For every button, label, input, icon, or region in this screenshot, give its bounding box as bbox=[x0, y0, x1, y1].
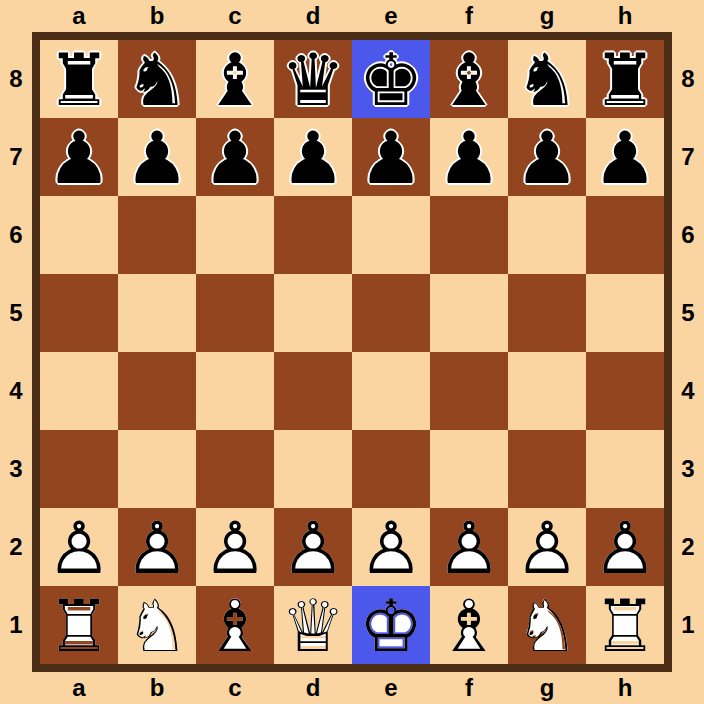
square-d5[interactable] bbox=[274, 274, 352, 352]
square-h4[interactable] bbox=[586, 352, 664, 430]
file-label-top-c: c bbox=[196, 0, 274, 32]
file-label-top-f: f bbox=[430, 0, 508, 32]
square-c3[interactable] bbox=[196, 430, 274, 508]
right-rank-labels: 87654321 bbox=[672, 40, 704, 664]
black-bishop-piece[interactable]: ♝ bbox=[430, 40, 508, 118]
black-bishop-piece[interactable]: ♝ bbox=[196, 40, 274, 118]
square-h6[interactable] bbox=[586, 196, 664, 274]
top-file-labels: abcdefgh bbox=[40, 0, 664, 32]
square-g4[interactable] bbox=[508, 352, 586, 430]
square-d1[interactable]: ♛♕ bbox=[274, 586, 352, 664]
square-h5[interactable] bbox=[586, 274, 664, 352]
rank-label-right-1: 1 bbox=[672, 586, 704, 664]
black-pawn-icon: ♟ bbox=[196, 118, 274, 196]
white-queen-icon: ♕ bbox=[274, 586, 352, 664]
black-queen-piece[interactable]: ♛ bbox=[274, 40, 352, 118]
white-pawn-icon: ♙ bbox=[430, 508, 508, 586]
black-bishop-icon: ♝ bbox=[430, 40, 508, 118]
square-b2[interactable]: ♟♙ bbox=[118, 508, 196, 586]
square-f4[interactable] bbox=[430, 352, 508, 430]
rank-label-right-6: 6 bbox=[672, 196, 704, 274]
square-f7[interactable]: ♟ bbox=[430, 118, 508, 196]
black-pawn-piece[interactable]: ♟ bbox=[40, 118, 118, 196]
white-pawn-icon: ♙ bbox=[586, 508, 664, 586]
black-pawn-icon: ♟ bbox=[40, 118, 118, 196]
square-h8[interactable]: ♜ bbox=[586, 40, 664, 118]
square-a3[interactable] bbox=[40, 430, 118, 508]
black-rook-icon: ♜ bbox=[40, 40, 118, 118]
square-f1[interactable]: ♝♗ bbox=[430, 586, 508, 664]
file-label-bottom-d: d bbox=[274, 672, 352, 704]
square-b5[interactable] bbox=[118, 274, 196, 352]
white-knight-piece[interactable]: ♞♘ bbox=[508, 586, 586, 664]
square-d4[interactable] bbox=[274, 352, 352, 430]
white-pawn-piece[interactable]: ♟♙ bbox=[274, 508, 352, 586]
square-g2[interactable]: ♟♙ bbox=[508, 508, 586, 586]
white-pawn-icon: ♙ bbox=[352, 508, 430, 586]
black-knight-icon: ♞ bbox=[118, 40, 196, 118]
square-g6[interactable] bbox=[508, 196, 586, 274]
square-h3[interactable] bbox=[586, 430, 664, 508]
square-e5[interactable] bbox=[352, 274, 430, 352]
file-label-bottom-g: g bbox=[508, 672, 586, 704]
black-pawn-piece[interactable]: ♟ bbox=[430, 118, 508, 196]
file-label-bottom-h: h bbox=[586, 672, 664, 704]
black-rook-icon: ♜ bbox=[586, 40, 664, 118]
square-d3[interactable] bbox=[274, 430, 352, 508]
square-d8[interactable]: ♛ bbox=[274, 40, 352, 118]
square-h2[interactable]: ♟♙ bbox=[586, 508, 664, 586]
file-label-bottom-f: f bbox=[430, 672, 508, 704]
file-label-top-a: a bbox=[40, 0, 118, 32]
square-a2[interactable]: ♟♙ bbox=[40, 508, 118, 586]
chess-board: ♜♞♝♛♚♝♞♜♟♟♟♟♟♟♟♟♟♙♟♙♟♙♟♙♟♙♟♙♟♙♟♙♜♖♞♘♝♗♛♕… bbox=[32, 32, 672, 672]
square-b3[interactable] bbox=[118, 430, 196, 508]
black-knight-piece[interactable]: ♞ bbox=[508, 40, 586, 118]
square-b7[interactable]: ♟ bbox=[118, 118, 196, 196]
black-pawn-icon: ♟ bbox=[118, 118, 196, 196]
square-c4[interactable] bbox=[196, 352, 274, 430]
square-f2[interactable]: ♟♙ bbox=[430, 508, 508, 586]
white-pawn-piece[interactable]: ♟♙ bbox=[508, 508, 586, 586]
square-h1[interactable]: ♜♖ bbox=[586, 586, 664, 664]
square-c2[interactable]: ♟♙ bbox=[196, 508, 274, 586]
black-pawn-piece[interactable]: ♟ bbox=[586, 118, 664, 196]
square-d7[interactable]: ♟ bbox=[274, 118, 352, 196]
file-label-top-e: e bbox=[352, 0, 430, 32]
square-e4[interactable] bbox=[352, 352, 430, 430]
white-knight-piece[interactable]: ♞♘ bbox=[118, 586, 196, 664]
rank-label-right-2: 2 bbox=[672, 508, 704, 586]
black-pawn-icon: ♟ bbox=[430, 118, 508, 196]
square-e2[interactable]: ♟♙ bbox=[352, 508, 430, 586]
square-d2[interactable]: ♟♙ bbox=[274, 508, 352, 586]
left-rank-labels: 87654321 bbox=[0, 40, 32, 664]
black-pawn-icon: ♟ bbox=[274, 118, 352, 196]
square-d6[interactable] bbox=[274, 196, 352, 274]
white-queen-piece[interactable]: ♛♕ bbox=[274, 586, 352, 664]
square-c5[interactable] bbox=[196, 274, 274, 352]
square-a4[interactable] bbox=[40, 352, 118, 430]
square-e8[interactable]: ♚ bbox=[352, 40, 430, 118]
white-bishop-icon: ♗ bbox=[196, 586, 274, 664]
white-bishop-icon: ♗ bbox=[430, 586, 508, 664]
white-king-piece[interactable]: ♚♔ bbox=[352, 586, 430, 664]
square-h7[interactable]: ♟ bbox=[586, 118, 664, 196]
square-g8[interactable]: ♞ bbox=[508, 40, 586, 118]
black-knight-icon: ♞ bbox=[508, 40, 586, 118]
rank-label-left-8: 8 bbox=[0, 40, 32, 118]
white-rook-icon: ♖ bbox=[586, 586, 664, 664]
rank-label-left-2: 2 bbox=[0, 508, 32, 586]
square-f8[interactable]: ♝ bbox=[430, 40, 508, 118]
rank-label-left-7: 7 bbox=[0, 118, 32, 196]
square-a1[interactable]: ♜♖ bbox=[40, 586, 118, 664]
square-b1[interactable]: ♞♘ bbox=[118, 586, 196, 664]
file-label-top-d: d bbox=[274, 0, 352, 32]
white-pawn-piece[interactable]: ♟♙ bbox=[352, 508, 430, 586]
page-background: abcdefgh abcdefgh 87654321 87654321 ♜♞♝♛… bbox=[0, 0, 704, 704]
white-bishop-piece[interactable]: ♝♗ bbox=[196, 586, 274, 664]
white-pawn-piece[interactable]: ♟♙ bbox=[430, 508, 508, 586]
square-f6[interactable] bbox=[430, 196, 508, 274]
square-g1[interactable]: ♞♘ bbox=[508, 586, 586, 664]
white-pawn-icon: ♙ bbox=[118, 508, 196, 586]
square-g5[interactable] bbox=[508, 274, 586, 352]
black-king-piece[interactable]: ♚ bbox=[352, 40, 430, 118]
square-g3[interactable] bbox=[508, 430, 586, 508]
white-rook-piece[interactable]: ♜♖ bbox=[40, 586, 118, 664]
file-label-top-b: b bbox=[118, 0, 196, 32]
black-rook-piece[interactable]: ♜ bbox=[586, 40, 664, 118]
square-e3[interactable] bbox=[352, 430, 430, 508]
rank-label-right-5: 5 bbox=[672, 274, 704, 352]
white-king-icon: ♔ bbox=[352, 586, 430, 664]
white-rook-icon: ♖ bbox=[40, 586, 118, 664]
black-rook-piece[interactable]: ♜ bbox=[40, 40, 118, 118]
rank-label-left-6: 6 bbox=[0, 196, 32, 274]
white-pawn-piece[interactable]: ♟♙ bbox=[40, 508, 118, 586]
white-knight-icon: ♘ bbox=[118, 586, 196, 664]
square-a6[interactable] bbox=[40, 196, 118, 274]
black-pawn-piece[interactable]: ♟ bbox=[352, 118, 430, 196]
square-b8[interactable]: ♞ bbox=[118, 40, 196, 118]
rank-label-left-3: 3 bbox=[0, 430, 32, 508]
square-e7[interactable]: ♟ bbox=[352, 118, 430, 196]
white-pawn-piece[interactable]: ♟♙ bbox=[118, 508, 196, 586]
square-c8[interactable]: ♝ bbox=[196, 40, 274, 118]
black-pawn-icon: ♟ bbox=[586, 118, 664, 196]
file-label-top-g: g bbox=[508, 0, 586, 32]
white-pawn-icon: ♙ bbox=[274, 508, 352, 586]
square-a7[interactable]: ♟ bbox=[40, 118, 118, 196]
rank-label-left-4: 4 bbox=[0, 352, 32, 430]
rank-label-left-1: 1 bbox=[0, 586, 32, 664]
file-label-top-h: h bbox=[586, 0, 664, 32]
square-g7[interactable]: ♟ bbox=[508, 118, 586, 196]
white-pawn-icon: ♙ bbox=[40, 508, 118, 586]
square-b6[interactable] bbox=[118, 196, 196, 274]
black-pawn-piece[interactable]: ♟ bbox=[274, 118, 352, 196]
square-c1[interactable]: ♝♗ bbox=[196, 586, 274, 664]
file-label-bottom-c: c bbox=[196, 672, 274, 704]
square-e1[interactable]: ♚♔ bbox=[352, 586, 430, 664]
square-a5[interactable] bbox=[40, 274, 118, 352]
black-pawn-piece[interactable]: ♟ bbox=[196, 118, 274, 196]
square-c6[interactable] bbox=[196, 196, 274, 274]
file-label-bottom-b: b bbox=[118, 672, 196, 704]
white-pawn-piece[interactable]: ♟♙ bbox=[586, 508, 664, 586]
rank-label-right-8: 8 bbox=[672, 40, 704, 118]
rank-label-left-5: 5 bbox=[0, 274, 32, 352]
file-label-bottom-e: e bbox=[352, 672, 430, 704]
black-bishop-icon: ♝ bbox=[196, 40, 274, 118]
white-pawn-icon: ♙ bbox=[196, 508, 274, 586]
black-pawn-icon: ♟ bbox=[352, 118, 430, 196]
white-pawn-piece[interactable]: ♟♙ bbox=[196, 508, 274, 586]
file-label-bottom-a: a bbox=[40, 672, 118, 704]
square-f3[interactable] bbox=[430, 430, 508, 508]
square-a8[interactable]: ♜ bbox=[40, 40, 118, 118]
white-rook-piece[interactable]: ♜♖ bbox=[586, 586, 664, 664]
white-bishop-piece[interactable]: ♝♗ bbox=[430, 586, 508, 664]
white-pawn-icon: ♙ bbox=[508, 508, 586, 586]
black-pawn-icon: ♟ bbox=[508, 118, 586, 196]
chess-board-grid: ♜♞♝♛♚♝♞♜♟♟♟♟♟♟♟♟♟♙♟♙♟♙♟♙♟♙♟♙♟♙♟♙♜♖♞♘♝♗♛♕… bbox=[40, 40, 664, 664]
black-pawn-piece[interactable]: ♟ bbox=[118, 118, 196, 196]
square-c7[interactable]: ♟ bbox=[196, 118, 274, 196]
black-king-icon: ♚ bbox=[352, 40, 430, 118]
bottom-file-labels: abcdefgh bbox=[40, 672, 664, 704]
square-f5[interactable] bbox=[430, 274, 508, 352]
rank-label-right-4: 4 bbox=[672, 352, 704, 430]
black-queen-icon: ♛ bbox=[274, 40, 352, 118]
square-e6[interactable] bbox=[352, 196, 430, 274]
black-pawn-piece[interactable]: ♟ bbox=[508, 118, 586, 196]
rank-label-right-3: 3 bbox=[672, 430, 704, 508]
rank-label-right-7: 7 bbox=[672, 118, 704, 196]
square-b4[interactable] bbox=[118, 352, 196, 430]
white-knight-icon: ♘ bbox=[508, 586, 586, 664]
black-knight-piece[interactable]: ♞ bbox=[118, 40, 196, 118]
